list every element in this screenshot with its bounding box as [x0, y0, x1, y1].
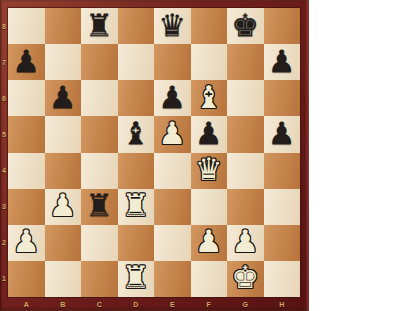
file-label-b: B [45, 297, 82, 311]
rank-label-3: 3 [0, 189, 8, 225]
square-g5[interactable] [227, 116, 264, 152]
square-g2[interactable]: ♟ [227, 225, 264, 261]
square-e8[interactable]: ♛ [154, 8, 191, 44]
file-labels: ABCDEFGH [8, 297, 300, 311]
rank-label-2: 2 [0, 225, 8, 261]
white-rook[interactable]: ♜ [122, 190, 150, 221]
board-squares: ♜♛♚♟♟♟♟♝♝♟♟♟♛♟♜♜♟♟♟♜♚ [8, 8, 300, 297]
square-e3[interactable] [154, 189, 191, 225]
square-f5[interactable]: ♟ [191, 116, 228, 152]
black-pawn[interactable]: ♟ [268, 46, 296, 77]
square-b1[interactable] [45, 261, 82, 297]
white-pawn[interactable]: ♟ [12, 226, 40, 257]
square-b2[interactable] [45, 225, 82, 261]
square-g1[interactable]: ♚ [227, 261, 264, 297]
square-h4[interactable] [264, 153, 301, 189]
rank-label-4: 4 [0, 153, 8, 189]
black-pawn[interactable]: ♟ [49, 82, 77, 113]
black-rook[interactable]: ♜ [85, 10, 113, 41]
square-d4[interactable] [118, 153, 155, 189]
square-e2[interactable] [154, 225, 191, 261]
black-rook[interactable]: ♜ [85, 190, 113, 221]
white-pawn[interactable]: ♟ [231, 226, 259, 257]
square-a7[interactable]: ♟ [8, 44, 45, 80]
square-f2[interactable]: ♟ [191, 225, 228, 261]
black-bishop[interactable]: ♝ [122, 118, 150, 149]
square-a1[interactable] [8, 261, 45, 297]
square-f8[interactable] [191, 8, 228, 44]
square-e1[interactable] [154, 261, 191, 297]
square-f1[interactable] [191, 261, 228, 297]
square-c4[interactable] [81, 153, 118, 189]
square-a2[interactable]: ♟ [8, 225, 45, 261]
square-d6[interactable] [118, 80, 155, 116]
rank-label-7: 7 [0, 44, 8, 80]
square-f7[interactable] [191, 44, 228, 80]
square-g6[interactable] [227, 80, 264, 116]
white-rook[interactable]: ♜ [122, 262, 150, 293]
square-b5[interactable] [45, 116, 82, 152]
square-d1[interactable]: ♜ [118, 261, 155, 297]
black-queen[interactable]: ♛ [158, 10, 186, 41]
square-h1[interactable] [264, 261, 301, 297]
white-queen[interactable]: ♛ [195, 154, 223, 185]
white-king[interactable]: ♚ [231, 262, 259, 293]
square-h6[interactable] [264, 80, 301, 116]
square-g7[interactable] [227, 44, 264, 80]
white-pawn[interactable]: ♟ [158, 118, 186, 149]
white-pawn[interactable]: ♟ [49, 190, 77, 221]
square-a8[interactable] [8, 8, 45, 44]
square-f3[interactable] [191, 189, 228, 225]
square-d8[interactable] [118, 8, 155, 44]
square-e7[interactable] [154, 44, 191, 80]
rank-label-1: 1 [0, 261, 8, 297]
square-a5[interactable] [8, 116, 45, 152]
square-a3[interactable] [8, 189, 45, 225]
square-h3[interactable] [264, 189, 301, 225]
square-d2[interactable] [118, 225, 155, 261]
square-c1[interactable] [81, 261, 118, 297]
chess-board: ♜♛♚♟♟♟♟♝♝♟♟♟♛♟♜♜♟♟♟♜♚ 87654321 ABCDEFGH [0, 0, 309, 311]
file-label-a: A [8, 297, 45, 311]
rank-labels: 87654321 [0, 8, 8, 297]
white-bishop[interactable]: ♝ [195, 82, 223, 113]
black-pawn[interactable]: ♟ [195, 118, 223, 149]
square-d7[interactable] [118, 44, 155, 80]
black-pawn[interactable]: ♟ [12, 46, 40, 77]
black-king[interactable]: ♚ [231, 10, 259, 41]
square-g8[interactable]: ♚ [227, 8, 264, 44]
square-f6[interactable]: ♝ [191, 80, 228, 116]
square-b3[interactable]: ♟ [45, 189, 82, 225]
square-h7[interactable]: ♟ [264, 44, 301, 80]
square-h5[interactable]: ♟ [264, 116, 301, 152]
rank-label-5: 5 [0, 116, 8, 152]
file-label-e: E [154, 297, 191, 311]
rank-label-6: 6 [0, 80, 8, 116]
page: ♜♛♚♟♟♟♟♝♝♟♟♟♛♟♜♜♟♟♟♜♚ 87654321 ABCDEFGH [0, 0, 414, 311]
black-pawn[interactable]: ♟ [268, 118, 296, 149]
square-b4[interactable] [45, 153, 82, 189]
square-c3[interactable]: ♜ [81, 189, 118, 225]
square-e6[interactable]: ♟ [154, 80, 191, 116]
square-c2[interactable] [81, 225, 118, 261]
square-e5[interactable]: ♟ [154, 116, 191, 152]
square-c6[interactable] [81, 80, 118, 116]
square-c8[interactable]: ♜ [81, 8, 118, 44]
file-label-c: C [81, 297, 118, 311]
square-a6[interactable] [8, 80, 45, 116]
square-g3[interactable] [227, 189, 264, 225]
square-c5[interactable] [81, 116, 118, 152]
square-a4[interactable] [8, 153, 45, 189]
white-pawn[interactable]: ♟ [195, 226, 223, 257]
file-label-d: D [118, 297, 155, 311]
square-d5[interactable]: ♝ [118, 116, 155, 152]
file-label-f: F [191, 297, 228, 311]
square-b6[interactable]: ♟ [45, 80, 82, 116]
square-g4[interactable] [227, 153, 264, 189]
square-b7[interactable] [45, 44, 82, 80]
square-f4[interactable]: ♛ [191, 153, 228, 189]
rank-label-8: 8 [0, 8, 8, 44]
square-h8[interactable] [264, 8, 301, 44]
file-label-h: H [264, 297, 301, 311]
square-b8[interactable] [45, 8, 82, 44]
square-d3[interactable]: ♜ [118, 189, 155, 225]
square-h2[interactable] [264, 225, 301, 261]
square-c7[interactable] [81, 44, 118, 80]
file-label-g: G [227, 297, 264, 311]
square-e4[interactable] [154, 153, 191, 189]
black-pawn[interactable]: ♟ [158, 82, 186, 113]
